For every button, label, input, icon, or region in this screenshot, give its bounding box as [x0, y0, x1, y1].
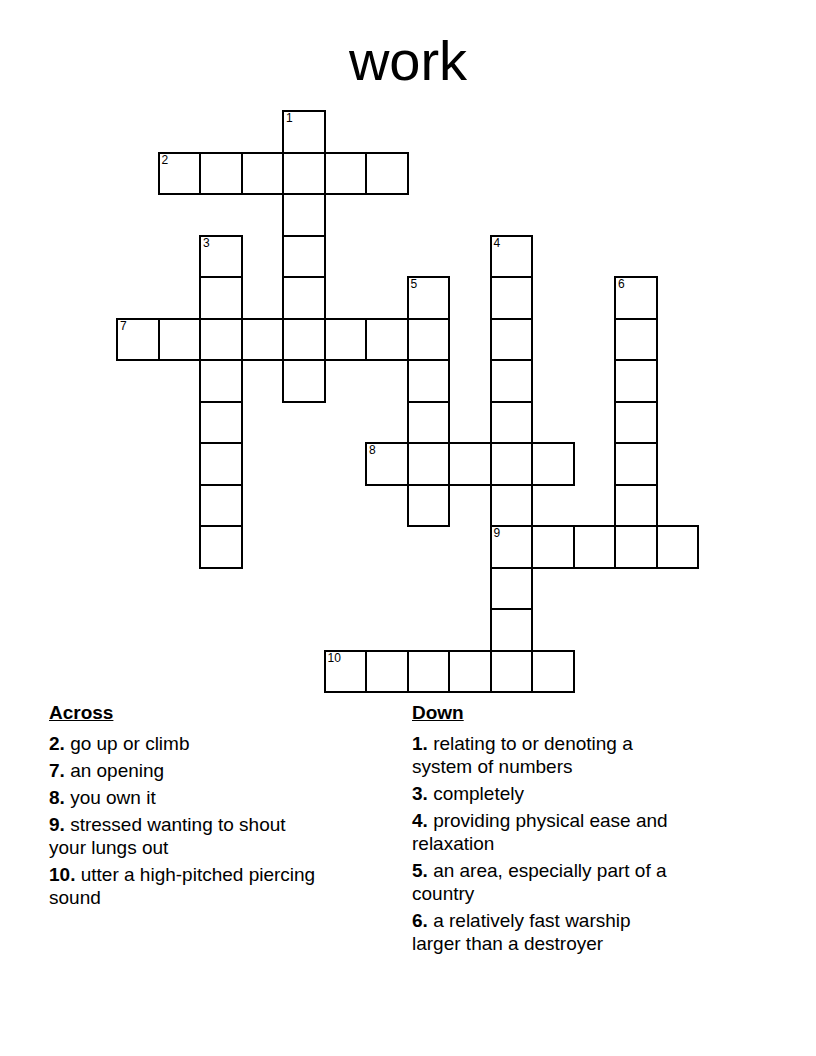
- grid-cell-r13c5[interactable]: 10: [324, 650, 368, 694]
- grid-cell-r8c7[interactable]: [407, 442, 451, 486]
- crossword-grid: 12345678910: [117, 111, 700, 694]
- grid-cell-r8c9[interactable]: [490, 442, 534, 486]
- clue-across-9: 9. stressed wanting to shout your lungs …: [49, 813, 405, 859]
- grid-cell-r8c12[interactable]: [614, 442, 658, 486]
- clue-down-3: 3. completely: [412, 782, 752, 805]
- grid-cell-r13c6[interactable]: [365, 650, 409, 694]
- clue-number-6: 6: [618, 278, 625, 291]
- clue-number-label: 5.: [412, 860, 428, 881]
- grid-cell-r2c4[interactable]: [282, 193, 326, 237]
- clue-number-5: 5: [411, 278, 418, 291]
- grid-cell-r7c7[interactable]: [407, 401, 451, 445]
- clue-number-label: 10.: [49, 864, 75, 885]
- clue-down-6: 6. a relatively fast warship larger than…: [412, 909, 752, 955]
- grid-cell-r5c4[interactable]: [282, 318, 326, 362]
- puzzle-title: work: [0, 33, 816, 89]
- across-list: 2. go up or climb7. an opening8. you own…: [49, 732, 405, 909]
- grid-cell-r4c2[interactable]: [199, 276, 243, 320]
- grid-cell-r6c12[interactable]: [614, 359, 658, 403]
- clue-number-7: 7: [120, 320, 127, 333]
- clue-text: an opening: [65, 760, 164, 781]
- worksheet-page: work 12345678910 Across 2. go up or clim…: [0, 0, 816, 1056]
- clue-number-label: 1.: [412, 733, 428, 754]
- grid-cell-r4c9[interactable]: [490, 276, 534, 320]
- grid-cell-r3c9[interactable]: 4: [490, 235, 534, 279]
- clue-down-5: 5. an area, especially part of a country: [412, 859, 752, 905]
- clue-text: completely: [428, 783, 524, 804]
- grid-cell-r8c6[interactable]: 8: [365, 442, 409, 486]
- clue-number-label: 2.: [49, 733, 65, 754]
- clue-across-7: 7. an opening: [49, 759, 405, 782]
- grid-cell-r10c13[interactable]: [656, 525, 700, 569]
- clue-number-label: 7.: [49, 760, 65, 781]
- grid-cell-r9c9[interactable]: [490, 484, 534, 528]
- grid-cell-r0c4[interactable]: 1: [282, 110, 326, 154]
- clue-number-label: 3.: [412, 783, 428, 804]
- grid-cell-r10c2[interactable]: [199, 525, 243, 569]
- grid-cell-r1c3[interactable]: [241, 152, 285, 196]
- clue-text: an area, especially part of a country: [412, 860, 667, 904]
- down-header: Down: [412, 701, 752, 724]
- grid-cell-r13c9[interactable]: [490, 650, 534, 694]
- grid-cell-r10c9[interactable]: 9: [490, 525, 534, 569]
- clue-across-10: 10. utter a high-pitched piercing sound: [49, 863, 405, 909]
- grid-cell-r11c9[interactable]: [490, 567, 534, 611]
- grid-cell-r5c12[interactable]: [614, 318, 658, 362]
- grid-cell-r8c2[interactable]: [199, 442, 243, 486]
- grid-cell-r3c2[interactable]: 3: [199, 235, 243, 279]
- clue-number-10: 10: [328, 652, 341, 665]
- grid-cell-r5c6[interactable]: [365, 318, 409, 362]
- grid-cell-r5c5[interactable]: [324, 318, 368, 362]
- grid-cell-r9c7[interactable]: [407, 484, 451, 528]
- clue-down-4: 4. providing physical ease and relaxatio…: [412, 809, 752, 855]
- clue-text: go up or climb: [65, 733, 190, 754]
- clue-across-8: 8. you own it: [49, 786, 405, 809]
- across-header: Across: [49, 701, 405, 724]
- grid-cell-r8c8[interactable]: [448, 442, 492, 486]
- grid-cell-r9c12[interactable]: [614, 484, 658, 528]
- grid-cell-r13c7[interactable]: [407, 650, 451, 694]
- clue-number-label: 4.: [412, 810, 428, 831]
- grid-cell-r3c4[interactable]: [282, 235, 326, 279]
- clue-text: utter a high-pitched piercing sound: [49, 864, 315, 908]
- clue-number-3: 3: [203, 237, 210, 250]
- grid-cell-r10c12[interactable]: [614, 525, 658, 569]
- grid-cell-r1c1[interactable]: 2: [158, 152, 202, 196]
- grid-cell-r4c7[interactable]: 5: [407, 276, 451, 320]
- grid-cell-r1c2[interactable]: [199, 152, 243, 196]
- grid-cell-r6c9[interactable]: [490, 359, 534, 403]
- clue-number-label: 6.: [412, 910, 428, 931]
- clue-text: a relatively fast warship larger than a …: [412, 910, 631, 954]
- clue-text: you own it: [65, 787, 156, 808]
- grid-cell-r6c7[interactable]: [407, 359, 451, 403]
- clue-number-8: 8: [369, 444, 376, 457]
- grid-cell-r10c10[interactable]: [531, 525, 575, 569]
- clue-number-4: 4: [494, 237, 501, 250]
- grid-cell-r1c4[interactable]: [282, 152, 326, 196]
- grid-cell-r1c6[interactable]: [365, 152, 409, 196]
- clue-number-9: 9: [494, 527, 501, 540]
- grid-cell-r10c11[interactable]: [573, 525, 617, 569]
- grid-cell-r7c12[interactable]: [614, 401, 658, 445]
- across-clues-section: Across 2. go up or climb7. an opening8. …: [49, 701, 405, 913]
- grid-cell-r6c2[interactable]: [199, 359, 243, 403]
- clue-number-label: 8.: [49, 787, 65, 808]
- grid-cell-r13c10[interactable]: [531, 650, 575, 694]
- grid-cell-r6c4[interactable]: [282, 359, 326, 403]
- clue-text: providing physical ease and relaxation: [412, 810, 668, 854]
- grid-cell-r4c4[interactable]: [282, 276, 326, 320]
- clue-number-2: 2: [162, 154, 169, 167]
- grid-cell-r1c5[interactable]: [324, 152, 368, 196]
- grid-cell-r9c2[interactable]: [199, 484, 243, 528]
- grid-cell-r13c8[interactable]: [448, 650, 492, 694]
- clue-number-1: 1: [286, 112, 293, 125]
- grid-cell-r5c0[interactable]: 7: [116, 318, 160, 362]
- grid-cell-r5c2[interactable]: [199, 318, 243, 362]
- down-list: 1. relating to or denoting a system of n…: [412, 732, 752, 955]
- clue-across-2: 2. go up or climb: [49, 732, 405, 755]
- grid-cell-r7c9[interactable]: [490, 401, 534, 445]
- grid-cell-r12c9[interactable]: [490, 608, 534, 652]
- clue-text: relating to or denoting a system of numb…: [412, 733, 633, 777]
- clue-text: stressed wanting to shout your lungs out: [49, 814, 286, 858]
- grid-cell-r4c12[interactable]: 6: [614, 276, 658, 320]
- down-clues-section: Down 1. relating to or denoting a system…: [412, 701, 752, 959]
- grid-cell-r5c1[interactable]: [158, 318, 202, 362]
- grid-cell-r5c9[interactable]: [490, 318, 534, 362]
- grid-cell-r7c2[interactable]: [199, 401, 243, 445]
- clue-down-1: 1. relating to or denoting a system of n…: [412, 732, 752, 778]
- grid-cell-r5c7[interactable]: [407, 318, 451, 362]
- grid-cell-r5c3[interactable]: [241, 318, 285, 362]
- grid-cell-r8c10[interactable]: [531, 442, 575, 486]
- clue-number-label: 9.: [49, 814, 65, 835]
